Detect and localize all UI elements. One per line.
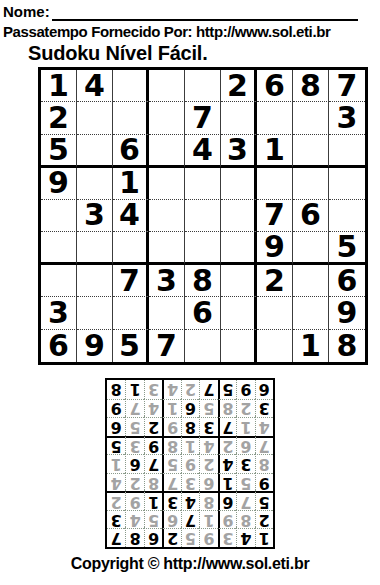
solution-cell-r6c6: 8: [162, 436, 180, 455]
solution-cell-r7c9: 6: [107, 417, 125, 436]
cell-r1c9: 7: [329, 70, 365, 102]
cell-r3c9[interactable]: [329, 135, 365, 168]
cell-r3c8[interactable]: [293, 135, 329, 168]
cell-r6c5[interactable]: [185, 232, 221, 265]
solution-cell-r9c2: 9: [236, 380, 254, 399]
sudoku-puzzle-grid: 142687273564319134769573826369695718: [38, 67, 368, 365]
solution-cell-r2c6: 6: [162, 510, 180, 529]
solution-cell-r3c6: 3: [162, 491, 180, 510]
solution-cell-r6c4: 4: [199, 436, 217, 455]
cell-r8c7[interactable]: [257, 297, 293, 329]
solution-cell-r7c4: 3: [199, 417, 217, 436]
solution-cell-r2c8: 4: [125, 510, 143, 529]
solution-cell-r3c9: 2: [107, 491, 125, 510]
cell-r9c8: 1: [293, 330, 329, 362]
cell-r5c2: 3: [77, 200, 113, 232]
solution-cell-r2c5: 7: [181, 510, 199, 529]
solution-cell-r1c2: 4: [236, 528, 254, 547]
solution-cell-r3c5: 4: [181, 491, 199, 510]
solution-cell-r6c5: 1: [181, 436, 199, 455]
solution-cell-r1c7: 6: [144, 528, 162, 547]
cell-r4c5[interactable]: [185, 168, 221, 200]
cell-r7c4: 3: [149, 265, 185, 297]
solution-cell-r9c1: 6: [255, 380, 273, 399]
cell-r7c1[interactable]: [41, 265, 77, 297]
solution-cell-r7c5: 8: [181, 417, 199, 436]
cell-r5c8: 6: [293, 200, 329, 232]
cell-r1c2: 4: [77, 70, 113, 102]
copyright-line: Copyright © http://www.sol.eti.br: [0, 555, 380, 573]
solution-cell-r7c1: 4: [255, 417, 273, 436]
solution-cell-r7c3: 7: [218, 417, 236, 436]
solution-cell-r7c6: 9: [162, 417, 180, 436]
solution-cell-r2c2: 8: [236, 510, 254, 529]
cell-r4c2[interactable]: [77, 168, 113, 200]
solution-cell-r3c8: 9: [125, 491, 143, 510]
solution-cell-r5c3: 4: [218, 454, 236, 473]
solution-cell-r8c2: 2: [236, 399, 254, 418]
cell-r8c6[interactable]: [221, 297, 257, 329]
solution-cell-r6c3: 2: [218, 436, 236, 455]
solution-cell-r5c7: 7: [144, 454, 162, 473]
cell-r7c5: 8: [185, 265, 221, 297]
cell-r1c6: 2: [221, 70, 257, 102]
solution-cell-r1c3: 3: [218, 528, 236, 547]
solution-cell-r4c2: 5: [236, 473, 254, 492]
cell-r7c8[interactable]: [293, 265, 329, 297]
cell-r9c3: 5: [113, 330, 149, 362]
cell-r2c4[interactable]: [149, 102, 185, 134]
cell-r8c9: 9: [329, 297, 365, 329]
solution-cell-r2c7: 5: [144, 510, 162, 529]
cell-r6c7: 9: [257, 232, 293, 265]
cell-r3c1: 5: [41, 135, 77, 168]
solution-cell-r8c5: 6: [181, 399, 199, 418]
solution-cell-r5c2: 3: [236, 454, 254, 473]
solution-cell-r9c5: 2: [181, 380, 199, 399]
cell-r3c6: 3: [221, 135, 257, 168]
solution-cell-r8c8: 7: [125, 399, 143, 418]
solution-cell-r3c2: 7: [236, 491, 254, 510]
solution-cell-r1c5: 5: [181, 528, 199, 547]
cell-r6c4[interactable]: [149, 232, 185, 265]
solution-cell-r9c6: 4: [162, 380, 180, 399]
cell-r1c7: 6: [257, 70, 293, 102]
solution-cell-r4c4: 6: [199, 473, 217, 492]
cell-r5c7: 7: [257, 200, 293, 232]
cell-r4c3: 1: [113, 168, 149, 200]
cell-r2c8[interactable]: [293, 102, 329, 134]
cell-r1c3[interactable]: [113, 70, 149, 102]
cell-r2c6[interactable]: [221, 102, 257, 134]
solution-cell-r5c5: 9: [181, 454, 199, 473]
cell-r9c6[interactable]: [221, 330, 257, 362]
cell-r8c8[interactable]: [293, 297, 329, 329]
cell-r4c1: 9: [41, 168, 77, 200]
cell-r6c3[interactable]: [113, 232, 149, 265]
cell-r5c3: 4: [113, 200, 149, 232]
cell-r2c9: 3: [329, 102, 365, 134]
cell-r5c9[interactable]: [329, 200, 365, 232]
cell-r4c7[interactable]: [257, 168, 293, 200]
solution-cell-r3c4: 8: [199, 491, 217, 510]
cell-r9c2: 9: [77, 330, 113, 362]
cell-r5c5[interactable]: [185, 200, 221, 232]
solution-cell-r1c1: 1: [255, 528, 273, 547]
cell-r3c5: 4: [185, 135, 221, 168]
cell-r5c4[interactable]: [149, 200, 185, 232]
solution-cell-r1c4: 9: [199, 528, 217, 547]
solution-cell-r2c3: 9: [218, 510, 236, 529]
solution-cell-r4c3: 1: [218, 473, 236, 492]
cell-r3c3: 6: [113, 135, 149, 168]
cell-r2c7[interactable]: [257, 102, 293, 134]
solution-cell-r6c8: 3: [125, 436, 143, 455]
solution-cell-r5c4: 2: [199, 454, 217, 473]
name-fill-line[interactable]: [52, 4, 358, 21]
cell-r2c2[interactable]: [77, 102, 113, 134]
cell-r3c7: 1: [257, 135, 293, 168]
cell-r8c5: 6: [185, 297, 221, 329]
solution-cell-r5c6: 5: [162, 454, 180, 473]
cell-r1c4[interactable]: [149, 70, 185, 102]
sudoku-solution-grid-rotated: 1439526872891765435768431929516378248342…: [105, 378, 275, 549]
cell-r9c1: 6: [41, 330, 77, 362]
solution-cell-r1c9: 7: [107, 528, 125, 547]
cell-r6c6[interactable]: [221, 232, 257, 265]
cell-r8c1: 3: [41, 297, 77, 329]
solution-cell-r6c9: 5: [107, 436, 125, 455]
cell-r6c1[interactable]: [41, 232, 77, 265]
solution-cell-r8c9: 9: [107, 399, 125, 418]
solution-cell-r7c8: 5: [125, 417, 143, 436]
cell-r5c6[interactable]: [221, 200, 257, 232]
solution-cell-r5c8: 6: [125, 454, 143, 473]
solution-cell-r1c8: 8: [125, 528, 143, 547]
solution-cell-r4c6: 7: [162, 473, 180, 492]
solution-cell-r7c7: 2: [144, 417, 162, 436]
solution-cell-r4c8: 2: [125, 473, 143, 492]
cell-r1c5[interactable]: [185, 70, 221, 102]
solution-cell-r3c1: 5: [255, 491, 273, 510]
cell-r6c8[interactable]: [293, 232, 329, 265]
solution-cell-r4c5: 3: [181, 473, 199, 492]
solution-cell-r9c8: 1: [125, 380, 143, 399]
solution-cell-r8c7: 4: [144, 399, 162, 418]
solution-cell-r4c7: 8: [144, 473, 162, 492]
solution-cell-r5c1: 8: [255, 454, 273, 473]
solution-cell-r1c6: 2: [162, 528, 180, 547]
cell-r7c6[interactable]: [221, 265, 257, 297]
cell-r9c4: 7: [149, 330, 185, 362]
solution-cell-r4c9: 4: [107, 473, 125, 492]
solution-cell-r6c2: 6: [236, 436, 254, 455]
solution-cell-r5c9: 1: [107, 454, 125, 473]
cell-r6c9: 5: [329, 232, 365, 265]
cell-r4c6[interactable]: [221, 168, 257, 200]
cell-r4c8[interactable]: [293, 168, 329, 200]
solution-cell-r3c7: 1: [144, 491, 162, 510]
cell-r1c1: 1: [41, 70, 77, 102]
cell-r6c2[interactable]: [77, 232, 113, 265]
solution-cell-r2c9: 3: [107, 510, 125, 529]
cell-r9c9: 8: [329, 330, 365, 362]
solution-cell-r2c1: 2: [255, 510, 273, 529]
solution-cell-r7c2: 1: [236, 417, 254, 436]
solution-cell-r8c3: 8: [218, 399, 236, 418]
solution-cell-r6c1: 7: [255, 436, 273, 455]
cell-r2c1: 2: [41, 102, 77, 134]
cell-r3c4[interactable]: [149, 135, 185, 168]
cell-r9c7[interactable]: [257, 330, 293, 362]
solution-cell-r9c4: 7: [199, 380, 217, 399]
cell-r5c1[interactable]: [41, 200, 77, 232]
solution-cell-r8c1: 3: [255, 399, 273, 418]
cell-r7c3: 7: [113, 265, 149, 297]
provider-line: Passatempo Fornecido Por: http://www.sol…: [3, 23, 330, 40]
cell-r4c4[interactable]: [149, 168, 185, 200]
cell-r7c7: 2: [257, 265, 293, 297]
cell-r3c2[interactable]: [77, 135, 113, 168]
cell-r9c5[interactable]: [185, 330, 221, 362]
solution-cell-r8c4: 5: [199, 399, 217, 418]
page-title: Sudoku Nível Fácil.: [28, 42, 208, 65]
cell-r2c3[interactable]: [113, 102, 149, 134]
worksheet-page: Nome: Passatempo Fornecido Por: http://w…: [0, 0, 380, 585]
solution-cell-r9c7: 3: [144, 380, 162, 399]
solution-cell-r3c3: 6: [218, 491, 236, 510]
solution-cell-r9c3: 5: [218, 380, 236, 399]
solution-cell-r4c1: 9: [255, 473, 273, 492]
solution-cell-r6c7: 9: [144, 436, 162, 455]
cell-r2c5: 7: [185, 102, 221, 134]
cell-r8c2[interactable]: [77, 297, 113, 329]
name-row: Nome:: [3, 3, 358, 21]
cell-r1c8: 8: [293, 70, 329, 102]
solution-cell-r9c9: 8: [107, 380, 125, 399]
cell-r8c4[interactable]: [149, 297, 185, 329]
cell-r8c3[interactable]: [113, 297, 149, 329]
cell-r7c2[interactable]: [77, 265, 113, 297]
cell-r4c9[interactable]: [329, 168, 365, 200]
solution-cell-r8c6: 1: [162, 399, 180, 418]
solution-cell-r2c4: 1: [199, 510, 217, 529]
cell-r7c9: 6: [329, 265, 365, 297]
name-label: Nome:: [3, 3, 50, 21]
